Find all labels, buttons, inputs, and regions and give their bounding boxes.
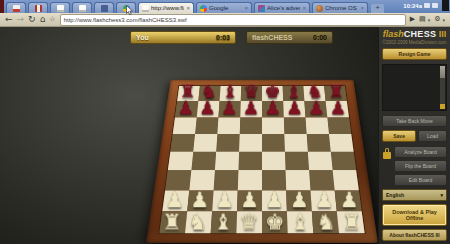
square-b4[interactable]	[191, 152, 216, 171]
square-c6[interactable]	[217, 117, 240, 134]
tab-label: Alice's adventur...	[267, 5, 300, 11]
square-a7[interactable]: ♟	[175, 101, 198, 117]
scrollbar-thumb[interactable]	[440, 66, 445, 78]
square-e3[interactable]	[262, 170, 286, 190]
tab-label: Chrome OS Ope...	[325, 5, 358, 11]
window-controls[interactable]	[442, 0, 449, 11]
pinned-tab[interactable]	[28, 2, 48, 13]
back-button[interactable]: ←	[5, 15, 13, 24]
white-pawn-piece: ♟	[212, 190, 237, 211]
black-knight-piece: ♞	[304, 83, 325, 101]
black-bishop-piece: ♝	[220, 83, 241, 101]
square-d6[interactable]	[240, 117, 262, 134]
player-clock: You 0:03	[130, 31, 236, 44]
white-pawn-piece: ♟	[237, 190, 262, 211]
game-sidebar: flashCHESS III ©2002-2009 MediaDivision.…	[378, 27, 450, 244]
square-e7[interactable]: ♟	[262, 101, 284, 117]
save-button[interactable]: Save	[382, 130, 416, 142]
square-c5[interactable]	[216, 134, 240, 152]
locked-button[interactable]: Flip the Board	[394, 160, 447, 172]
black-rook-piece: ♜	[177, 83, 198, 101]
square-e8[interactable]: ♚	[262, 86, 283, 101]
white-rook-piece: ♜	[159, 211, 185, 233]
square-e6[interactable]	[262, 117, 284, 134]
tab-strip: http://www.flash...×Google×Alice's adven…	[0, 0, 450, 13]
black-pawn-piece: ♟	[284, 99, 306, 117]
square-c1[interactable]: ♝	[211, 211, 237, 233]
pinned-tab[interactable]	[72, 2, 92, 13]
black-pawn-piece: ♟	[327, 99, 349, 117]
square-a6[interactable]	[173, 117, 197, 134]
square-d2[interactable]: ♟	[237, 190, 262, 211]
black-rook-piece: ♜	[326, 83, 347, 101]
white-king-piece: ♚	[262, 211, 288, 233]
square-g7[interactable]: ♟	[304, 101, 327, 117]
game-logo: flashCHESS III	[382, 30, 447, 39]
flag-favicon-icon	[35, 5, 42, 12]
square-d8[interactable]: ♛	[241, 86, 262, 101]
square-d5[interactable]	[239, 134, 262, 152]
square-g1[interactable]: ♞	[312, 211, 339, 233]
square-h1[interactable]: ♜	[337, 211, 365, 233]
page-favicon-icon	[79, 5, 86, 12]
square-h7[interactable]: ♟	[326, 101, 349, 117]
status-area[interactable]: 10:24a	[401, 0, 450, 13]
address-bar[interactable]: http://www.flashchess3.com/flashCHESS3.s…	[60, 14, 406, 26]
square-f2[interactable]: ♟	[286, 190, 312, 211]
browser-tab[interactable]: Google×	[196, 2, 252, 13]
page-menu-caret-icon: ▾	[428, 17, 431, 23]
page-favicon-icon	[57, 5, 64, 12]
square-e5[interactable]	[262, 134, 285, 152]
new-tab-button[interactable]: +	[371, 4, 384, 13]
pinned-tab[interactable]	[94, 2, 114, 13]
locked-button[interactable]: Analyze Board	[394, 146, 447, 158]
page-menu-icon[interactable]: ▤	[419, 16, 426, 23]
square-a5[interactable]	[170, 134, 195, 152]
wrench-menu-icon[interactable]: ⚙	[434, 16, 440, 23]
url-text: http://www.flashchess3.com/flashCHESS3.s…	[64, 17, 187, 23]
square-b2[interactable]: ♟	[187, 190, 213, 211]
battery-icon	[424, 3, 430, 8]
black-queen-piece: ♛	[241, 83, 262, 101]
square-a4[interactable]	[168, 152, 193, 171]
square-g8[interactable]: ♞	[303, 86, 325, 101]
google-favicon-icon	[200, 5, 207, 12]
board-frame: ♜♞♝♛♚♝♞♜♟♟♟♟♟♟♟♟♟♟♟♟♟♟♟♟♜♞♝♛♚♝♞♜	[146, 80, 378, 243]
locked-feature-group: Analyze BoardFlip the BoardEdit Board	[382, 146, 447, 186]
white-knight-piece: ♞	[313, 211, 339, 233]
padlock-icon	[383, 152, 391, 159]
square-h5[interactable]	[329, 134, 354, 152]
mail-favicon-icon	[13, 5, 20, 12]
square-g4[interactable]	[308, 152, 333, 171]
go-button[interactable]: ▶	[410, 16, 415, 23]
square-h2[interactable]: ♟	[335, 190, 362, 211]
square-f3[interactable]	[286, 170, 311, 190]
move-list[interactable]	[382, 64, 447, 111]
about-button[interactable]: About flashCHESS III	[382, 229, 447, 241]
black-pawn-piece: ♟	[262, 99, 284, 117]
square-c4[interactable]	[215, 152, 239, 171]
square-d3[interactable]	[238, 170, 262, 190]
language-select[interactable]: English ▾	[382, 189, 447, 201]
square-d4[interactable]	[238, 152, 262, 171]
locked-button[interactable]: Edit Board	[394, 174, 447, 186]
square-e1[interactable]: ♚	[262, 211, 288, 233]
square-h6[interactable]	[327, 117, 351, 134]
pinned-tab[interactable]	[6, 2, 26, 13]
download-offline-button[interactable]: Download & Play Offline	[382, 204, 447, 226]
tab-label: Google	[209, 5, 242, 11]
engine-clock: flashCHESS 0:00	[246, 31, 333, 44]
square-e4[interactable]	[262, 152, 286, 171]
tab-close-icon[interactable]: ×	[302, 5, 306, 11]
player-clock-time: 0:03	[216, 34, 230, 41]
logo-flash-text: flash	[383, 29, 404, 39]
reload-button[interactable]: ↻	[28, 15, 36, 24]
square-c8[interactable]: ♝	[220, 86, 242, 101]
load-button[interactable]: Load	[418, 130, 447, 142]
square-b5[interactable]	[193, 134, 217, 152]
square-a3[interactable]	[165, 170, 191, 190]
language-value: English	[386, 192, 404, 198]
square-b8[interactable]: ♞	[198, 86, 220, 101]
square-b6[interactable]	[195, 117, 218, 134]
black-pawn-piece: ♟	[240, 99, 262, 117]
browser-window: http://www.flash...×Google×Alice's adven…	[0, 0, 450, 244]
square-h3[interactable]	[333, 170, 359, 190]
logo-numeral-text: III	[439, 29, 447, 39]
copyright-text: ©2002-2009 MediaDivision.com	[382, 40, 447, 45]
white-bishop-piece: ♝	[288, 211, 314, 233]
square-d7[interactable]: ♟	[240, 101, 262, 117]
home-button[interactable]: ⌂	[40, 15, 46, 24]
square-h4[interactable]	[331, 152, 356, 171]
square-c3[interactable]	[214, 170, 239, 190]
white-pawn-piece: ♟	[312, 190, 337, 211]
white-pawn-piece: ♟	[337, 190, 362, 211]
black-pawn-piece: ♟	[218, 99, 240, 117]
mouse-cursor	[126, 5, 134, 16]
square-g2[interactable]: ♟	[310, 190, 336, 211]
square-g6[interactable]	[306, 117, 329, 134]
engine-clock-time: 0:00	[313, 34, 327, 41]
browser-toolbar: ← → ↻ ⌂ ☆ http://www.flashchess3.com/fla…	[0, 13, 450, 27]
tabs: http://www.flash...×Google×Alice's adven…	[136, 2, 368, 13]
square-a2[interactable]: ♟	[162, 190, 189, 211]
pinned-tab[interactable]	[50, 2, 70, 13]
black-bishop-piece: ♝	[283, 83, 304, 101]
wrench-menu-caret-icon: ▾	[442, 17, 445, 23]
white-pawn-piece: ♟	[187, 190, 212, 211]
browser-tab[interactable]: Chrome OS Ope...×	[312, 2, 368, 13]
tab-label: http://www.flash...	[151, 5, 184, 11]
engine-clock-label: flashCHESS	[252, 34, 292, 41]
browser-tab[interactable]: http://www.flash...×	[138, 2, 194, 13]
square-b7[interactable]: ♟	[197, 101, 220, 117]
white-pawn-piece: ♟	[287, 190, 312, 211]
square-f4[interactable]	[285, 152, 309, 171]
bookmark-favicon-icon	[101, 5, 108, 12]
black-pawn-piece: ♟	[197, 99, 219, 117]
white-knight-piece: ♞	[185, 211, 211, 233]
status-clock: 10:24a	[403, 3, 422, 9]
white-pawn-piece: ♟	[262, 190, 287, 211]
tab-close-icon[interactable]: ×	[244, 5, 248, 11]
network-icon	[432, 3, 438, 8]
black-pawn-piece: ♟	[306, 99, 328, 117]
forward-button[interactable]: →	[17, 15, 25, 24]
square-f5[interactable]	[284, 134, 308, 152]
square-b3[interactable]	[189, 170, 215, 190]
square-a8[interactable]: ♜	[177, 86, 200, 101]
tab-close-icon[interactable]: ×	[360, 5, 364, 11]
square-e2[interactable]: ♟	[262, 190, 287, 211]
chess-board: ♜♞♝♛♚♝♞♜♟♟♟♟♟♟♟♟♟♟♟♟♟♟♟♟♜♞♝♛♚♝♞♜	[158, 85, 366, 234]
ape-favicon-icon	[316, 5, 323, 12]
square-f1[interactable]: ♝	[287, 211, 313, 233]
white-rook-piece: ♜	[339, 211, 365, 233]
square-g3[interactable]	[309, 170, 335, 190]
white-bishop-piece: ♝	[211, 211, 237, 233]
square-f8[interactable]: ♝	[283, 86, 305, 101]
square-d1[interactable]: ♛	[236, 211, 262, 233]
locked-buttons: Analyze BoardFlip the BoardEdit Board	[394, 146, 447, 186]
square-f6[interactable]	[284, 117, 307, 134]
page-favicon-icon	[142, 5, 149, 12]
pinned-tabs	[4, 2, 136, 13]
take-back-button[interactable]: Take Back Move	[382, 115, 447, 127]
square-g5[interactable]	[307, 134, 331, 152]
black-king-piece: ♚	[262, 83, 283, 101]
black-knight-piece: ♞	[198, 83, 219, 101]
black-pawn-piece: ♟	[175, 99, 197, 117]
book-favicon-icon	[258, 5, 265, 12]
square-h8[interactable]: ♜	[324, 86, 347, 101]
white-pawn-piece: ♟	[162, 190, 187, 211]
browser-tab[interactable]: Alice's adventur...×	[254, 2, 310, 13]
white-queen-piece: ♛	[236, 211, 262, 233]
game-area: You 0:03 flashCHESS 0:00 ♜♞♝♛♚♝♞♜♟♟♟♟♟♟♟…	[0, 27, 450, 244]
square-a1[interactable]: ♜	[159, 211, 187, 233]
player-clock-label: You	[136, 34, 149, 41]
square-c7[interactable]: ♟	[218, 101, 240, 117]
resign-game-button[interactable]: Resign Game	[382, 48, 447, 60]
square-c2[interactable]: ♟	[212, 190, 238, 211]
logo-chess-text: CHESS	[404, 29, 437, 39]
bookmark-star-icon[interactable]: ☆	[49, 16, 55, 23]
square-b1[interactable]: ♞	[185, 211, 212, 233]
scroll-down-button[interactable]	[440, 104, 445, 109]
dropdown-arrow-icon: ▾	[440, 192, 443, 198]
tab-close-icon[interactable]: ×	[186, 5, 190, 11]
square-f7[interactable]: ♟	[283, 101, 305, 117]
